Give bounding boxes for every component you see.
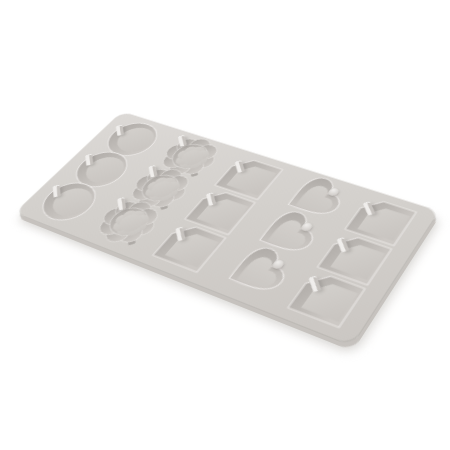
hole-peg [53, 185, 61, 197]
hole-peg [116, 125, 124, 136]
hole-peg [85, 154, 93, 165]
product-photo [0, 0, 450, 450]
hole-peg [117, 198, 126, 211]
